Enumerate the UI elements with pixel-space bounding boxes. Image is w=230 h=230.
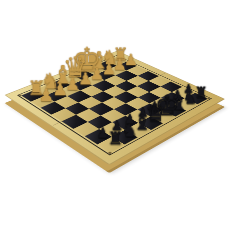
- chess-set-photo: ♜♞♝♛♚♝♞♜♟♟♟♟♟♟♟♟♟♟♟♟♟♟♟♟♜♞♝♛♚♝♞♜: [0, 0, 230, 230]
